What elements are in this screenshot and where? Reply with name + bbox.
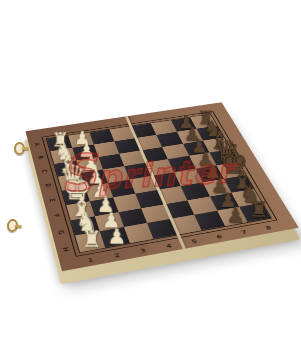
rank-label-3: 3 — [139, 247, 146, 254]
file-label-g: G — [56, 229, 66, 235]
file-label-b: B — [36, 155, 45, 159]
square-e6[interactable] — [174, 169, 202, 186]
file-label-f: F — [52, 214, 61, 219]
black-pawn[interactable]: ♟ — [227, 206, 245, 225]
file-label-d: D — [43, 183, 52, 188]
board-scene: ♜♟♟♜♞♟♟♞♝♟♟♝♛♟♟♛♚♟♟♚♝♟♟♝♞♟♟♞♜♟♟♜ ABCDEFG… — [16, 62, 288, 290]
square-h2[interactable]: ♟ — [100, 227, 130, 247]
file-label-c: C — [40, 169, 49, 173]
rank-label-1: 1 — [87, 257, 94, 264]
product-photo: ♜♟♟♜♞♟♟♞♝♟♟♝♛♟♟♛♚♟♟♚♝♟♟♝♞♟♟♞♜♟♟♜ ABCDEFG… — [0, 0, 301, 354]
chessboard: ♜♟♟♜♞♟♟♞♝♟♟♝♛♟♟♛♚♟♟♚♝♟♟♝♞♟♟♞♜♟♟♜ ABCDEFG… — [25, 102, 298, 271]
file-label-a: A — [33, 142, 41, 146]
square-h1[interactable]: ♜ — [75, 231, 105, 252]
rank-label-7: 7 — [240, 229, 248, 235]
black-rook[interactable]: ♜ — [249, 200, 269, 221]
white-rook[interactable]: ♜ — [82, 229, 103, 250]
rank-label-5: 5 — [190, 238, 198, 245]
file-label-h: H — [60, 246, 70, 252]
rank-label-8: 8 — [264, 224, 272, 230]
brass-clasp-top[interactable] — [14, 142, 25, 155]
white-pawn[interactable]: ♟ — [107, 227, 126, 246]
file-label-e: E — [47, 198, 56, 202]
rank-label-2: 2 — [113, 252, 120, 259]
rank-label-4: 4 — [165, 242, 173, 249]
rank-label-6: 6 — [215, 233, 223, 240]
